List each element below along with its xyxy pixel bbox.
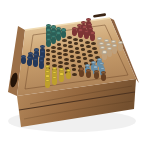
peg-body [86, 71, 91, 78]
board-hole[interactable] [71, 64, 76, 67]
peg-top [91, 61, 96, 64]
peg-top [86, 69, 91, 72]
product-photo-scene [0, 0, 150, 150]
peg-top [94, 70, 99, 73]
board-hole[interactable] [51, 46, 56, 49]
peg-top [52, 67, 57, 70]
board-hole[interactable] [58, 56, 63, 59]
peg-B[interactable] [39, 59, 44, 69]
peg-G[interactable] [51, 35, 56, 45]
peg-top [33, 58, 38, 61]
board-hole[interactable] [80, 44, 85, 47]
board-hole[interactable] [77, 60, 82, 63]
board-hole[interactable] [86, 45, 91, 48]
peg-body [79, 70, 84, 77]
board-hole[interactable] [88, 54, 93, 57]
peg-Y[interactable] [59, 72, 64, 82]
board-hole[interactable] [83, 57, 88, 60]
peg-top [87, 23, 92, 26]
board-hole[interactable] [64, 58, 69, 61]
board-hole[interactable] [58, 61, 63, 64]
board-hole[interactable] [63, 44, 68, 47]
peg-body [39, 62, 44, 69]
board-hole[interactable] [82, 53, 87, 56]
peg-body [90, 34, 95, 41]
board-hole[interactable] [68, 41, 73, 44]
peg-body [66, 72, 71, 79]
board-hole[interactable] [62, 39, 67, 42]
peg-top [34, 48, 39, 51]
peg-body [59, 75, 64, 82]
board-hole[interactable] [74, 42, 79, 45]
peg-B[interactable] [27, 56, 32, 66]
board-hole[interactable] [57, 52, 62, 55]
peg-body [84, 32, 89, 39]
peg-top [81, 21, 86, 24]
peg-top [51, 35, 56, 38]
peg-top [102, 50, 107, 53]
peg-top [99, 42, 104, 45]
peg-top [59, 68, 64, 71]
peg-N[interactable] [101, 71, 106, 81]
peg-N[interactable] [94, 70, 99, 80]
peg-body [94, 72, 99, 79]
board-hole[interactable] [69, 50, 74, 53]
peg-body [56, 34, 61, 41]
peg-top [90, 31, 95, 34]
peg-R[interactable] [72, 27, 77, 37]
peg-body [45, 81, 50, 88]
board-hole[interactable] [92, 47, 97, 50]
peg-G[interactable] [46, 38, 51, 48]
peg-B[interactable] [21, 55, 26, 65]
board-hole[interactable] [87, 50, 92, 53]
board-hole[interactable] [46, 49, 51, 52]
board-hole[interactable] [70, 59, 75, 62]
board-hole[interactable] [70, 55, 75, 58]
board-hole[interactable] [85, 41, 90, 44]
peg-top [106, 43, 111, 46]
peg-W[interactable] [102, 50, 107, 60]
peg-body [51, 37, 56, 44]
peg-W[interactable] [118, 41, 123, 51]
peg-body [118, 44, 123, 51]
peg-Y[interactable] [45, 79, 50, 89]
peg-body [52, 78, 57, 85]
peg-body [78, 31, 83, 38]
peg-G[interactable] [56, 31, 61, 41]
peg-body [46, 40, 51, 47]
peg-B[interactable] [33, 58, 38, 68]
peg-top [77, 24, 82, 27]
peg-body [101, 74, 106, 81]
board-hole[interactable] [51, 50, 56, 53]
peg-Y[interactable] [66, 69, 71, 79]
board-hole[interactable] [52, 55, 57, 58]
peg-top [93, 65, 98, 68]
peg-body [107, 50, 112, 57]
peg-top [111, 40, 116, 43]
peg-Y[interactable] [52, 76, 57, 86]
peg-top [39, 55, 44, 58]
peg-top [61, 28, 66, 31]
board-hole[interactable] [46, 58, 51, 61]
board-hole[interactable] [52, 59, 57, 62]
board-hole[interactable] [67, 36, 72, 39]
board-hole[interactable] [64, 62, 69, 65]
peg-top [59, 72, 64, 75]
peg-body [27, 59, 32, 66]
peg-top [78, 28, 83, 31]
peg-top [45, 65, 50, 68]
board-hole[interactable] [79, 39, 84, 42]
peg-top [100, 67, 105, 70]
peg-top [46, 33, 51, 36]
peg-body [21, 57, 26, 64]
peg-top [56, 31, 61, 34]
peg-top [28, 52, 33, 55]
board-hole[interactable] [57, 47, 62, 50]
peg-body [102, 53, 107, 60]
board-hole[interactable] [46, 53, 51, 56]
peg-N[interactable] [86, 69, 91, 79]
peg-top [79, 67, 84, 70]
board-hole[interactable] [76, 56, 81, 59]
board-hole[interactable] [75, 47, 80, 50]
board-grid [0, 0, 150, 150]
board-hole[interactable] [75, 51, 80, 54]
peg-top [84, 30, 89, 33]
board-hole[interactable] [81, 48, 86, 51]
board-hole[interactable] [72, 73, 77, 76]
peg-G[interactable] [61, 28, 66, 38]
peg-body [72, 29, 77, 36]
peg-top [51, 25, 56, 28]
board-hole[interactable] [68, 45, 73, 48]
peg-W[interactable] [112, 44, 117, 54]
peg-R[interactable] [90, 31, 95, 41]
peg-body [61, 31, 66, 38]
peg-W[interactable] [107, 47, 112, 57]
peg-top [104, 39, 109, 42]
peg-top [45, 74, 50, 77]
board-hole[interactable] [63, 53, 68, 56]
peg-top [46, 38, 51, 41]
board-hole[interactable] [57, 43, 62, 46]
peg-top [33, 53, 38, 56]
peg-top [51, 30, 56, 33]
peg-R[interactable] [78, 28, 83, 38]
peg-N[interactable] [79, 67, 84, 77]
peg-top [46, 28, 51, 31]
board-hole[interactable] [73, 38, 78, 41]
peg-body [33, 60, 38, 67]
board-hole[interactable] [72, 68, 77, 71]
peg-top [56, 27, 61, 30]
board-hole[interactable] [63, 49, 68, 52]
board-hole[interactable] [91, 42, 96, 45]
board-hole[interactable] [94, 51, 99, 54]
peg-R[interactable] [84, 30, 89, 40]
peg-top [40, 50, 45, 53]
peg-body [112, 47, 117, 54]
